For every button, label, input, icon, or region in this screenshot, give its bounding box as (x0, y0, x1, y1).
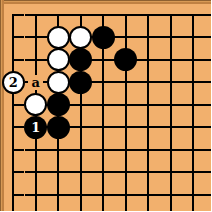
intersection (137, 116, 160, 139)
black-stone (69, 71, 92, 94)
black-stone: 1 (24, 116, 47, 139)
intersection (160, 161, 183, 184)
white-stone (47, 71, 70, 94)
board-continuation (160, 206, 183, 211)
board-continuation (205, 49, 212, 72)
intersection (92, 26, 115, 49)
intersection (160, 71, 183, 94)
intersection (70, 26, 93, 49)
board-continuation (205, 94, 212, 117)
board-continuation (205, 184, 212, 207)
intersection (182, 94, 205, 117)
white-stone (47, 48, 70, 71)
intersection (115, 184, 138, 207)
board-continuation (2, 206, 25, 211)
intersection (137, 161, 160, 184)
intersection (25, 94, 48, 117)
intersection (47, 139, 70, 162)
intersection (160, 116, 183, 139)
white-stone (69, 26, 92, 49)
intersection (70, 161, 93, 184)
intersection (2, 4, 25, 27)
intersection (47, 161, 70, 184)
intersection (115, 26, 138, 49)
intersection (70, 139, 93, 162)
intersection (47, 116, 70, 139)
intersection (160, 184, 183, 207)
intersection (92, 139, 115, 162)
intersection: 1 (25, 116, 48, 139)
intersection (182, 184, 205, 207)
board-continuation (92, 206, 115, 211)
board-continuation (205, 206, 212, 211)
intersection (137, 49, 160, 72)
board-continuation (205, 71, 212, 94)
intersection (47, 49, 70, 72)
board-continuation (205, 139, 212, 162)
board-continuation (47, 206, 70, 211)
black-stone (92, 26, 115, 49)
intersection (47, 71, 70, 94)
intersection (70, 71, 93, 94)
intersection (70, 4, 93, 27)
board-continuation (205, 4, 212, 27)
intersection (160, 139, 183, 162)
intersection (2, 161, 25, 184)
board-continuation (137, 206, 160, 211)
board-continuation (115, 206, 138, 211)
white-stone (24, 93, 47, 116)
intersection: 2 (2, 71, 25, 94)
black-stone (114, 48, 137, 71)
go-board-diagram: 2a1 (0, 0, 211, 211)
move-number-label: 2 (9, 76, 18, 89)
intersection (2, 184, 25, 207)
white-stone: 2 (2, 71, 25, 94)
intersection (70, 94, 93, 117)
intersection (2, 26, 25, 49)
intersection (182, 49, 205, 72)
intersection (92, 71, 115, 94)
intersection (47, 184, 70, 207)
intersection (115, 71, 138, 94)
intersection (2, 139, 25, 162)
board-continuation (70, 206, 93, 211)
board-continuation (182, 206, 205, 211)
board-continuation (205, 161, 212, 184)
intersection (115, 116, 138, 139)
board-grid: 2a1 (2, 4, 211, 212)
intersection (2, 116, 25, 139)
intersection (47, 26, 70, 49)
intersection (182, 116, 205, 139)
intersection (182, 4, 205, 27)
intersection (2, 49, 25, 72)
intersection (115, 161, 138, 184)
black-stone (47, 93, 70, 116)
intersection (25, 184, 48, 207)
board-continuation (25, 206, 48, 211)
intersection (25, 4, 48, 27)
black-stone (69, 48, 92, 71)
intersection: a (25, 71, 48, 94)
intersection (115, 49, 138, 72)
intersection (160, 49, 183, 72)
intersection (115, 139, 138, 162)
intersection (160, 26, 183, 49)
intersection (25, 49, 48, 72)
intersection (92, 184, 115, 207)
intersection (92, 49, 115, 72)
intersection (25, 139, 48, 162)
intersection (137, 71, 160, 94)
intersection (182, 71, 205, 94)
intersection (137, 184, 160, 207)
intersection (25, 161, 48, 184)
intersection (115, 4, 138, 27)
intersection (47, 94, 70, 117)
intersection (137, 4, 160, 27)
intersection (70, 116, 93, 139)
intersection (137, 26, 160, 49)
intersection (182, 161, 205, 184)
intersection (92, 161, 115, 184)
move-number-label: 1 (31, 121, 40, 134)
intersection (182, 26, 205, 49)
point-label-a: a (28, 75, 43, 90)
black-stone (47, 116, 70, 139)
intersection (70, 49, 93, 72)
intersection (92, 4, 115, 27)
intersection (25, 26, 48, 49)
board-continuation (205, 116, 212, 139)
intersection (47, 4, 70, 27)
intersection (2, 94, 25, 117)
white-stone (47, 26, 70, 49)
intersection (92, 116, 115, 139)
intersection (160, 94, 183, 117)
intersection (70, 184, 93, 207)
intersection (137, 139, 160, 162)
intersection (182, 139, 205, 162)
board-continuation (205, 26, 212, 49)
intersection (160, 4, 183, 27)
intersection (115, 94, 138, 117)
intersection (92, 94, 115, 117)
intersection (137, 94, 160, 117)
